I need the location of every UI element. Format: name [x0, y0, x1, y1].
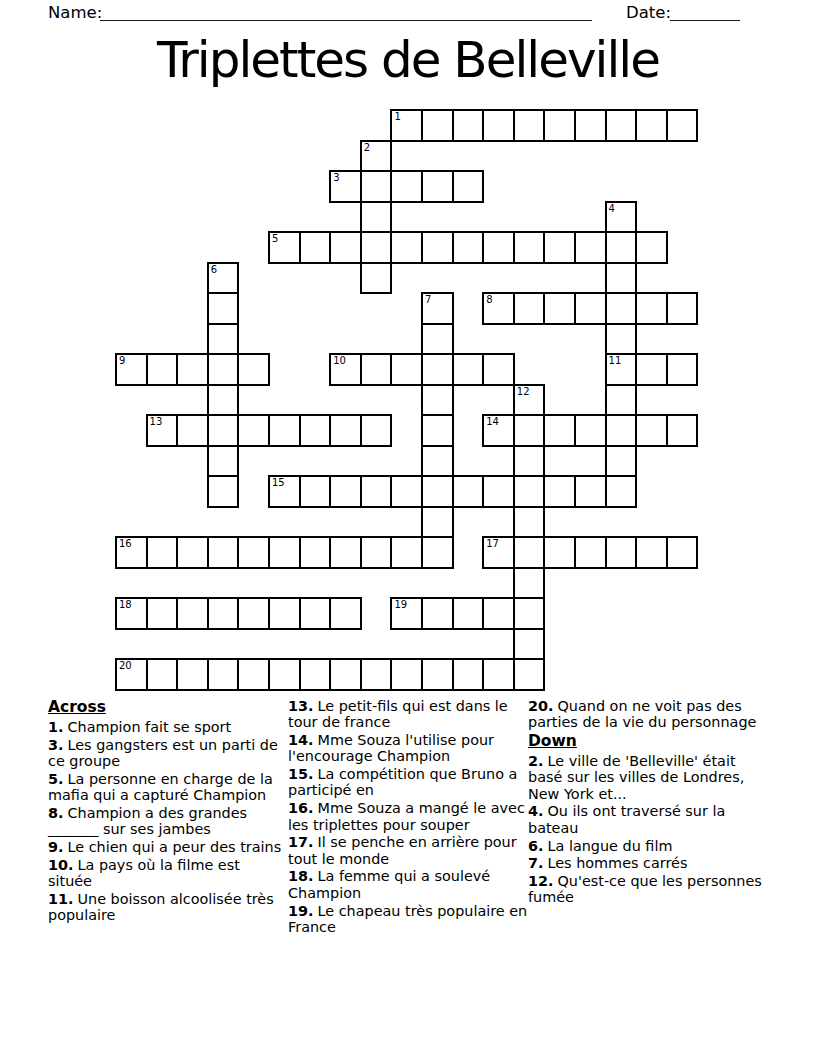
clue: 17.Il se penche en arrière pour tout le … — [288, 834, 528, 867]
grid-cell[interactable] — [543, 475, 576, 508]
grid-cell[interactable]: 18 — [115, 597, 148, 630]
cell-number: 14 — [486, 416, 499, 428]
grid-cell[interactable] — [390, 475, 423, 508]
clue-number: 19. — [288, 903, 314, 919]
clue-number: 16. — [288, 800, 314, 816]
grid-cell[interactable] — [574, 414, 607, 447]
clue-text: Le ville de 'Belleville' était basé sur … — [528, 753, 744, 802]
grid-cell[interactable] — [421, 506, 454, 539]
clue: 14.Mme Souza l'utilise pour l'encourage … — [288, 732, 528, 765]
grid-cell[interactable] — [605, 384, 638, 417]
grid-cell[interactable] — [299, 597, 332, 630]
cell-number: 18 — [119, 599, 132, 611]
cell-number: 20 — [119, 660, 132, 672]
grid-cell[interactable] — [421, 597, 454, 630]
grid-cell[interactable] — [329, 536, 362, 569]
grid-cell[interactable] — [360, 201, 393, 234]
grid-cell[interactable] — [329, 597, 362, 630]
grid-cell[interactable] — [482, 658, 515, 691]
clue: 12.Qu'est-ce que les personnes fumée — [528, 873, 768, 906]
date-label: Date: — [626, 3, 671, 22]
grid-cell[interactable] — [635, 353, 668, 386]
grid-cell[interactable]: 14 — [482, 414, 515, 447]
grid-cell[interactable] — [513, 475, 546, 508]
clue-number: 11. — [48, 891, 74, 907]
cell-number: 16 — [119, 538, 132, 550]
grid-cell[interactable] — [421, 353, 454, 386]
clue-column-down: 20.Quand on ne voit pas des parties de l… — [528, 698, 768, 907]
grid-cell[interactable] — [605, 262, 638, 295]
clue: 7.Les hommes carrés — [528, 855, 768, 871]
cell-number: 19 — [394, 599, 407, 611]
grid-cell[interactable] — [482, 353, 515, 386]
grid-cell[interactable] — [605, 323, 638, 356]
clue-text: Le chapeau très populaire en France — [288, 903, 527, 935]
grid-cell[interactable] — [329, 231, 362, 264]
grid-cell[interactable]: 3 — [329, 170, 362, 203]
grid-cell[interactable] — [513, 445, 546, 478]
grid-cell[interactable] — [421, 536, 454, 569]
grid-cell[interactable]: 19 — [390, 597, 423, 630]
clue-number: 6. — [528, 838, 543, 854]
grid-cell[interactable] — [605, 414, 638, 447]
grid-cell[interactable] — [421, 109, 454, 142]
grid-cell[interactable] — [421, 231, 454, 264]
clue: 6.La langue du film — [528, 838, 768, 854]
cell-number: 9 — [119, 355, 125, 367]
clue-number: 4. — [528, 803, 543, 819]
clue-number: 15. — [288, 766, 314, 782]
grid-cell[interactable] — [605, 292, 638, 325]
clue-number: 3. — [48, 737, 63, 753]
clue-number: 17. — [288, 834, 314, 850]
clue-number: 20. — [528, 698, 554, 714]
grid-cell[interactable] — [421, 445, 454, 478]
clue-number: 13. — [288, 698, 314, 714]
grid-cell[interactable] — [605, 231, 638, 264]
date-blank-line[interactable] — [670, 2, 740, 21]
grid-cell[interactable] — [146, 597, 179, 630]
grid-cell[interactable] — [207, 323, 240, 356]
cell-number: 2 — [364, 142, 370, 154]
grid-cell[interactable] — [268, 536, 301, 569]
grid-cell[interactable] — [513, 109, 546, 142]
cell-number: 1 — [394, 111, 400, 123]
grid-cell[interactable] — [635, 292, 668, 325]
grid-cell[interactable] — [299, 414, 332, 447]
grid-cell[interactable] — [574, 231, 607, 264]
clue-text: Les gangsters est un parti de ce groupe — [48, 737, 278, 769]
clue: 2.Le ville de 'Belleville' était basé su… — [528, 753, 768, 802]
clue-text: La pays où la filme est située — [48, 857, 240, 889]
clue: 18.La femme qui a soulevé Champion — [288, 868, 528, 901]
cell-number: 17 — [486, 538, 499, 550]
grid-cell[interactable] — [421, 170, 454, 203]
clue-text: Mme Souza l'utilise pour l'encourage Cha… — [288, 732, 494, 764]
grid-cell[interactable] — [513, 567, 546, 600]
clue-text: La compétition que Bruno a participé en — [288, 766, 517, 798]
grid-cell[interactable] — [390, 170, 423, 203]
grid-cell[interactable]: 7 — [421, 292, 454, 325]
grid-cell[interactable] — [237, 414, 270, 447]
clue-number: 2. — [528, 753, 543, 769]
cell-number: 13 — [150, 416, 163, 428]
grid-cell[interactable] — [360, 475, 393, 508]
grid-cell[interactable] — [390, 658, 423, 691]
grid-cell[interactable] — [513, 506, 546, 539]
grid-cell[interactable] — [237, 353, 270, 386]
grid-cell[interactable] — [513, 231, 546, 264]
cell-number: 4 — [609, 203, 615, 215]
clue: 16.Mme Souza a mangé le avec les triplet… — [288, 800, 528, 833]
grid-cell[interactable] — [605, 475, 638, 508]
grid-cell[interactable] — [452, 658, 485, 691]
grid-cell[interactable] — [207, 536, 240, 569]
clue-number: 12. — [528, 873, 554, 889]
clue: 3.Les gangsters est un parti de ce group… — [48, 737, 288, 770]
grid-cell[interactable] — [207, 384, 240, 417]
grid-cell[interactable]: 6 — [207, 262, 240, 295]
grid-cell[interactable] — [513, 292, 546, 325]
grid-cell[interactable] — [452, 353, 485, 386]
clue-text: Le chien qui a peur des trains — [67, 839, 281, 855]
grid-cell[interactable] — [421, 323, 454, 356]
grid-cell[interactable] — [543, 414, 576, 447]
grid-cell[interactable] — [574, 109, 607, 142]
clue-number: 1. — [48, 719, 63, 735]
clue: 20.Quand on ne voit pas des parties de l… — [528, 698, 768, 731]
grid-cell[interactable] — [390, 353, 423, 386]
grid-cell[interactable] — [360, 536, 393, 569]
grid-cell[interactable] — [605, 536, 638, 569]
grid-cell[interactable]: 5 — [268, 231, 301, 264]
grid-cell[interactable] — [482, 597, 515, 630]
cell-number: 3 — [333, 172, 339, 184]
grid-cell[interactable] — [299, 536, 332, 569]
grid-cell[interactable] — [299, 231, 332, 264]
grid-cell[interactable] — [329, 658, 362, 691]
grid-cell[interactable] — [299, 658, 332, 691]
cell-number: 10 — [333, 355, 346, 367]
grid-cell[interactable] — [237, 536, 270, 569]
grid-cell[interactable]: 9 — [115, 353, 148, 386]
clue-list-heading: Across — [48, 698, 288, 716]
grid-cell[interactable] — [513, 628, 546, 661]
grid-cell[interactable] — [574, 292, 607, 325]
grid-cell[interactable] — [482, 231, 515, 264]
grid-cell[interactable] — [666, 353, 699, 386]
grid-cell[interactable]: 8 — [482, 292, 515, 325]
cell-number: 7 — [425, 294, 431, 306]
grid-cell[interactable] — [482, 109, 515, 142]
grid-cell[interactable]: 2 — [360, 140, 393, 173]
grid-cell[interactable] — [513, 658, 546, 691]
grid-cell[interactable] — [635, 414, 668, 447]
clue-text: La femme qui a soulevé Champion — [288, 868, 490, 900]
clue-text: Une boisson alcoolisée très populaire — [48, 891, 274, 923]
clue-text: Le petit-fils qui est dans le tour de fr… — [288, 698, 508, 730]
grid-cell[interactable]: 15 — [268, 475, 301, 508]
clue: 9.Le chien qui a peur des trains — [48, 839, 288, 855]
grid-cell[interactable]: 1 — [390, 109, 423, 142]
grid-cell[interactable]: 16 — [115, 536, 148, 569]
grid-cell[interactable] — [421, 475, 454, 508]
clue-column-middle: 13.Le petit-fils qui est dans le tour de… — [288, 698, 528, 937]
grid-cell[interactable]: 12 — [513, 384, 546, 417]
name-label: Name: — [48, 3, 102, 22]
name-blank-line[interactable] — [100, 2, 592, 21]
clue: 10.La pays où la filme est située — [48, 857, 288, 890]
grid-cell[interactable] — [360, 262, 393, 295]
grid-cell[interactable] — [207, 597, 240, 630]
grid-cell[interactable]: 17 — [482, 536, 515, 569]
grid-cell[interactable] — [268, 658, 301, 691]
grid-cell[interactable] — [360, 170, 393, 203]
grid-cell[interactable] — [482, 475, 515, 508]
clue-number: 18. — [288, 868, 314, 884]
grid-cell[interactable] — [666, 292, 699, 325]
grid-cell[interactable] — [513, 536, 546, 569]
clue: 13.Le petit-fils qui est dans le tour de… — [288, 698, 528, 731]
clue-text: Les hommes carrés — [547, 855, 687, 871]
grid-cell[interactable] — [176, 414, 209, 447]
clue-text: Champion fait se sport — [67, 719, 231, 735]
grid-cell[interactable] — [237, 658, 270, 691]
grid-cell[interactable] — [421, 414, 454, 447]
page-title: Triplettes de Belleville — [0, 33, 816, 88]
clue-number: 10. — [48, 857, 74, 873]
grid-cell[interactable] — [543, 109, 576, 142]
grid-cell[interactable] — [574, 536, 607, 569]
grid-cell[interactable] — [176, 658, 209, 691]
grid-cell[interactable]: 11 — [605, 353, 638, 386]
clue: 19.Le chapeau très populaire en France — [288, 903, 528, 936]
cell-number: 12 — [517, 386, 530, 398]
grid-cell[interactable] — [452, 475, 485, 508]
grid-cell[interactable] — [237, 597, 270, 630]
grid-cell[interactable] — [513, 414, 546, 447]
grid-cell[interactable] — [207, 658, 240, 691]
grid-cell[interactable] — [299, 475, 332, 508]
grid-cell[interactable] — [666, 109, 699, 142]
clue-number: 5. — [48, 771, 63, 787]
grid-cell[interactable] — [574, 475, 607, 508]
grid-cell[interactable]: 10 — [329, 353, 362, 386]
clue-text: Qu'est-ce que les personnes fumée — [528, 873, 762, 905]
grid-cell[interactable] — [207, 475, 240, 508]
grid-cell[interactable] — [390, 231, 423, 264]
clue-text: La personne en charge de la mafia qui a … — [48, 771, 273, 803]
grid-cell[interactable] — [360, 414, 393, 447]
grid-cell[interactable] — [146, 658, 179, 691]
clue: 4.Ou ils ont traversé sur la bateau — [528, 803, 768, 836]
grid-cell[interactable] — [421, 384, 454, 417]
grid-cell[interactable] — [360, 231, 393, 264]
grid-cell[interactable] — [146, 536, 179, 569]
grid-cell[interactable] — [207, 414, 240, 447]
grid-cell[interactable] — [329, 475, 362, 508]
clue-number: 9. — [48, 839, 63, 855]
grid-cell[interactable] — [452, 597, 485, 630]
grid-cell[interactable] — [207, 353, 240, 386]
grid-cell[interactable] — [605, 109, 638, 142]
clue: 8.Champion a des grandes _______ sur ses… — [48, 805, 288, 838]
clue-text: Quand on ne voit pas des parties de la v… — [528, 698, 756, 730]
grid-cell[interactable] — [176, 597, 209, 630]
grid-cell[interactable] — [635, 109, 668, 142]
grid-cell[interactable] — [207, 292, 240, 325]
clue: 1.Champion fait se sport — [48, 719, 288, 735]
clue-number: 8. — [48, 805, 63, 821]
grid-cell[interactable]: 13 — [146, 414, 179, 447]
grid-cell[interactable] — [513, 597, 546, 630]
grid-cell[interactable] — [207, 445, 240, 478]
grid-cell[interactable] — [146, 353, 179, 386]
grid-cell[interactable] — [176, 536, 209, 569]
grid-cell[interactable] — [268, 414, 301, 447]
clue-text: Mme Souza a mangé le avec les triplettes… — [288, 800, 525, 832]
clue: 5.La personne en charge de la mafia qui … — [48, 771, 288, 804]
grid-cell[interactable] — [635, 536, 668, 569]
grid-cell[interactable] — [176, 353, 209, 386]
grid-cell[interactable] — [666, 536, 699, 569]
clue-text: La langue du film — [547, 838, 672, 854]
grid-cell[interactable] — [543, 231, 576, 264]
grid-cell[interactable] — [421, 658, 454, 691]
grid-cell[interactable]: 4 — [605, 201, 638, 234]
grid-cell[interactable] — [452, 170, 485, 203]
grid-cell[interactable] — [543, 536, 576, 569]
grid-cell[interactable] — [635, 231, 668, 264]
clue: 15.La compétition que Bruno a participé … — [288, 766, 528, 799]
grid-cell[interactable] — [543, 292, 576, 325]
cell-number: 6 — [211, 264, 217, 276]
cell-number: 11 — [609, 355, 622, 367]
clue-text: Ou ils ont traversé sur la bateau — [528, 803, 725, 835]
grid-cell[interactable] — [390, 536, 423, 569]
clue-column-across: Across1.Champion fait se sport3.Les gang… — [48, 698, 288, 925]
grid-cell[interactable] — [666, 414, 699, 447]
crossword-grid: 1234567891011121314151617181920 — [116, 110, 698, 690]
grid-cell[interactable] — [452, 231, 485, 264]
clue: 11.Une boisson alcoolisée très populaire — [48, 891, 288, 924]
grid-cell[interactable]: 20 — [115, 658, 148, 691]
grid-cell[interactable] — [268, 597, 301, 630]
clue-number: 7. — [528, 855, 543, 871]
clue-text: Champion a des grandes _______ sur ses j… — [48, 805, 247, 837]
grid-cell[interactable] — [360, 353, 393, 386]
grid-cell[interactable] — [452, 109, 485, 142]
clue-number: 14. — [288, 732, 314, 748]
grid-cell[interactable] — [329, 414, 362, 447]
cell-number: 15 — [272, 477, 285, 489]
grid-cell[interactable] — [605, 445, 638, 478]
cell-number: 8 — [486, 294, 492, 306]
grid-cell[interactable] — [360, 658, 393, 691]
clue-text: Il se penche en arrière pour tout le mon… — [288, 834, 517, 866]
clue-list-heading: Down — [528, 732, 768, 750]
cell-number: 5 — [272, 233, 278, 245]
